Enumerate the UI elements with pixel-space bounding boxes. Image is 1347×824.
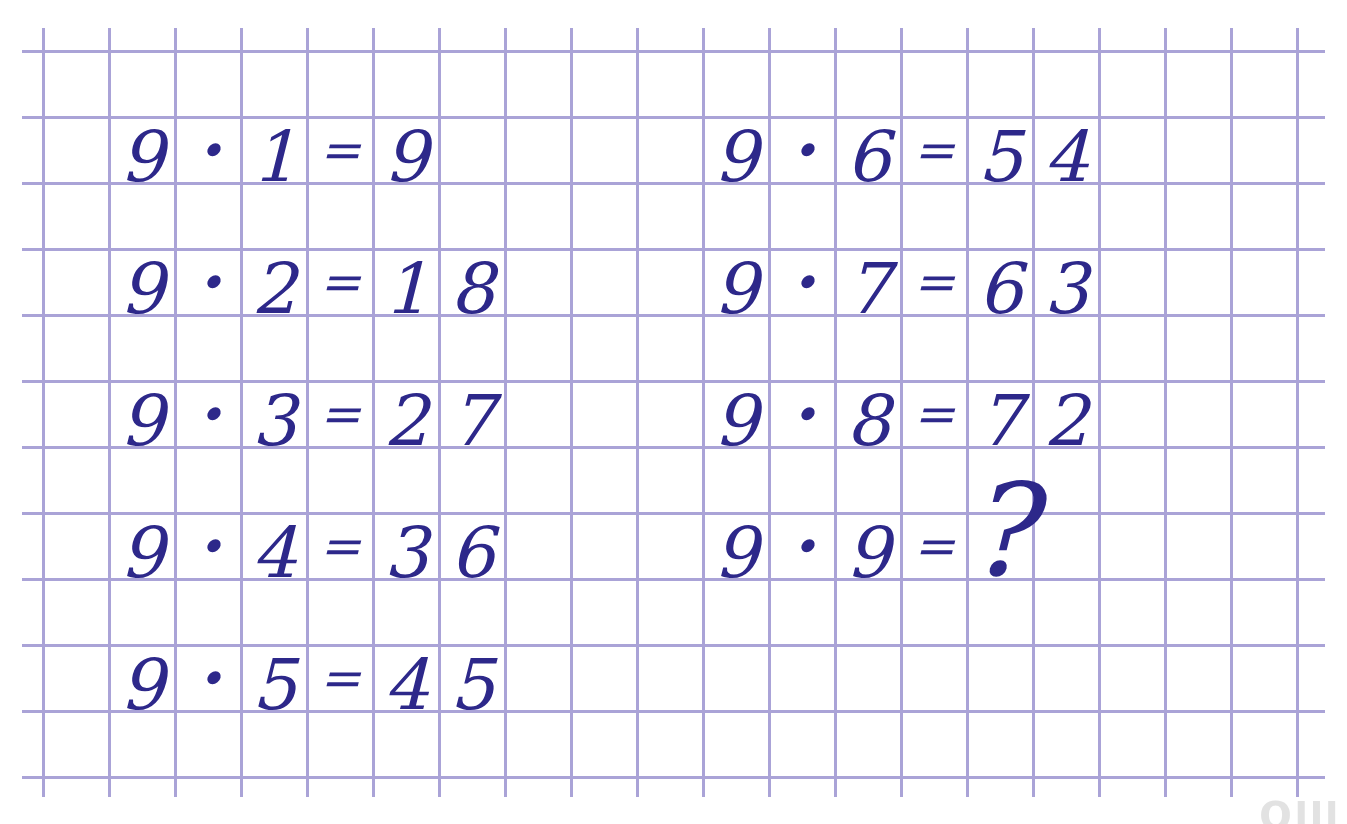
- multiply-dot-icon: ·: [769, 249, 835, 315]
- product-digit-1: 1: [373, 249, 439, 315]
- factor-a: 9: [109, 645, 175, 711]
- factor-b: 6: [835, 117, 901, 183]
- equation-9x7: 9 · 7 = 6 3: [703, 249, 1099, 315]
- product-digit-1: 4: [373, 645, 439, 711]
- product-digit-1: 6: [967, 249, 1033, 315]
- factor-a: 9: [703, 117, 769, 183]
- equation-9x3: 9 · 3 = 2 7: [109, 381, 505, 447]
- product-digit-1: 2: [373, 381, 439, 447]
- product-digit-1: 3: [373, 513, 439, 579]
- equation-9x5: 9 · 5 = 4 5: [109, 645, 505, 711]
- product-digit-2: 7: [439, 381, 505, 447]
- multiply-dot-icon: ·: [175, 381, 241, 447]
- equals-sign: =: [307, 381, 373, 447]
- factor-a: 9: [703, 381, 769, 447]
- product-digit-2: 8: [439, 249, 505, 315]
- equals-sign: =: [901, 381, 967, 447]
- factor-a: 9: [109, 381, 175, 447]
- equation-9x2: 9 · 2 = 1 8: [109, 249, 505, 315]
- equation-9x9-unknown: 9 · 9 = ?: [703, 513, 1099, 579]
- factor-a: 9: [703, 513, 769, 579]
- multiply-dot-icon: ·: [175, 249, 241, 315]
- factor-a: 9: [109, 249, 175, 315]
- equation-9x4: 9 · 4 = 3 6: [109, 513, 505, 579]
- multiply-dot-icon: ·: [769, 513, 835, 579]
- product-digit-2: 4: [1033, 117, 1099, 183]
- product-digit-1: 9: [373, 117, 439, 183]
- equals-sign: =: [307, 117, 373, 183]
- multiply-dot-icon: ·: [175, 117, 241, 183]
- equals-sign: =: [307, 645, 373, 711]
- factor-b: 2: [241, 249, 307, 315]
- factor-a: 9: [109, 513, 175, 579]
- equals-sign: =: [901, 513, 967, 579]
- factor-b: 5: [241, 645, 307, 711]
- equation-9x1: 9 · 1 = 9: [109, 117, 505, 183]
- multiply-dot-icon: ·: [175, 645, 241, 711]
- multiply-dot-icon: ·: [175, 513, 241, 579]
- equation-9x6: 9 · 6 = 5 4: [703, 117, 1099, 183]
- watermark-logo: ош: [1259, 783, 1341, 824]
- product-digit-2: 3: [1033, 249, 1099, 315]
- product-digit-2: 6: [439, 513, 505, 579]
- factor-b: 9: [835, 513, 901, 579]
- question-mark: ?: [967, 513, 1033, 579]
- worksheet-page: 9 · 1 = 9 9 · 2 = 1 8 9 · 3 = 2 7 9 · 4 …: [0, 0, 1347, 824]
- equals-sign: =: [901, 117, 967, 183]
- factor-b: 1: [241, 117, 307, 183]
- product-digit-1: 7: [967, 381, 1033, 447]
- equation-9x8: 9 · 8 = 7 2: [703, 381, 1099, 447]
- product-digit-2: 2: [1033, 381, 1099, 447]
- factor-a: 9: [109, 117, 175, 183]
- multiply-dot-icon: ·: [769, 381, 835, 447]
- equals-sign: =: [307, 249, 373, 315]
- product-digit-1: 5: [967, 117, 1033, 183]
- factor-a: 9: [703, 249, 769, 315]
- product-digit-2: [439, 117, 505, 183]
- factor-b: 4: [241, 513, 307, 579]
- equals-sign: =: [307, 513, 373, 579]
- factor-b: 3: [241, 381, 307, 447]
- multiply-dot-icon: ·: [769, 117, 835, 183]
- product-digit-2: [1033, 513, 1099, 579]
- product-digit-2: 5: [439, 645, 505, 711]
- factor-b: 8: [835, 381, 901, 447]
- factor-b: 7: [835, 249, 901, 315]
- equals-sign: =: [901, 249, 967, 315]
